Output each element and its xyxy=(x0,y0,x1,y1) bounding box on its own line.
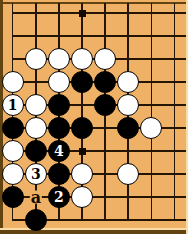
board-point xyxy=(24,71,47,94)
board-point xyxy=(140,2,163,25)
board-point xyxy=(70,25,93,48)
black-stone xyxy=(71,71,93,93)
black-stone xyxy=(94,71,116,93)
board-point xyxy=(24,117,47,140)
board-point xyxy=(117,25,140,48)
board-point xyxy=(1,48,24,71)
white-stone xyxy=(2,140,24,162)
white-stone xyxy=(2,71,24,93)
board-point xyxy=(163,71,186,94)
board-point xyxy=(24,140,47,163)
black-stone xyxy=(71,117,93,139)
board-point xyxy=(47,117,70,140)
board-point xyxy=(70,94,93,117)
board-point xyxy=(47,71,70,94)
board-point xyxy=(94,117,117,140)
board-point xyxy=(163,163,186,186)
white-stone xyxy=(25,117,47,139)
white-stone: 3 xyxy=(25,163,47,185)
board-point xyxy=(117,2,140,25)
board-point xyxy=(1,209,24,232)
black-stone: 4 xyxy=(48,140,70,162)
white-stone xyxy=(48,71,70,93)
board-point xyxy=(117,163,140,186)
black-stone xyxy=(25,140,47,162)
board-point xyxy=(1,71,24,94)
board-point xyxy=(94,186,117,209)
board-point xyxy=(1,25,24,48)
white-stone xyxy=(71,186,93,208)
board-point xyxy=(163,209,186,232)
point-label-a: a xyxy=(30,191,42,204)
board-point xyxy=(94,209,117,232)
board-point xyxy=(94,71,117,94)
board-point xyxy=(70,2,93,25)
board-point xyxy=(140,117,163,140)
board-point xyxy=(117,94,140,117)
board-point xyxy=(70,163,93,186)
board-point xyxy=(117,117,140,140)
move-number: 4 xyxy=(54,144,64,158)
board-point xyxy=(163,186,186,209)
board-point xyxy=(47,163,70,186)
black-stone xyxy=(48,94,70,116)
move-number: 2 xyxy=(54,190,64,204)
board-point xyxy=(1,163,24,186)
board-point xyxy=(117,186,140,209)
board-point: 4 xyxy=(47,140,70,163)
white-stone xyxy=(48,48,70,70)
black-stone xyxy=(2,186,24,208)
board-point xyxy=(1,186,24,209)
board-point xyxy=(70,140,93,163)
board-point xyxy=(47,2,70,25)
board-point xyxy=(94,140,117,163)
board-point xyxy=(94,48,117,71)
black-stone xyxy=(2,117,24,139)
board-point xyxy=(140,48,163,71)
board-point xyxy=(163,117,186,140)
board-point xyxy=(117,71,140,94)
move-number: 3 xyxy=(31,167,41,181)
board-point xyxy=(163,94,186,117)
black-stone xyxy=(117,117,139,139)
white-stone xyxy=(140,117,162,139)
board-point xyxy=(70,71,93,94)
board-point xyxy=(94,25,117,48)
board-point xyxy=(47,94,70,117)
white-stone xyxy=(25,94,47,116)
board-point xyxy=(47,25,70,48)
board-point xyxy=(94,2,117,25)
board-point xyxy=(140,71,163,94)
board-point: 3 xyxy=(24,163,47,186)
white-stone xyxy=(117,71,139,93)
white-stone xyxy=(94,48,116,70)
board-point xyxy=(140,94,163,117)
board-point xyxy=(163,48,186,71)
black-stone: 2 xyxy=(48,186,70,208)
board-point xyxy=(24,94,47,117)
black-stone xyxy=(94,94,116,116)
white-stone: 1 xyxy=(2,94,24,116)
black-stone xyxy=(48,163,70,185)
white-stone xyxy=(71,48,93,70)
move-number: 1 xyxy=(8,98,18,112)
board-point xyxy=(163,2,186,25)
board-point xyxy=(117,209,140,232)
white-stone xyxy=(25,48,47,70)
board-point xyxy=(163,25,186,48)
board-point: a xyxy=(24,186,47,209)
board-point xyxy=(117,48,140,71)
board-point xyxy=(24,209,47,232)
board-point xyxy=(140,186,163,209)
white-stone xyxy=(117,163,139,185)
diagram-frame-right xyxy=(186,0,188,234)
board-point xyxy=(117,140,140,163)
board-point: 2 xyxy=(47,186,70,209)
board-point: 1 xyxy=(1,94,24,117)
board-point xyxy=(70,209,93,232)
board-point xyxy=(1,2,24,25)
board-point xyxy=(70,186,93,209)
board-point xyxy=(1,140,24,163)
board-point xyxy=(70,117,93,140)
black-stone xyxy=(25,209,47,231)
board-point xyxy=(47,209,70,232)
board-point xyxy=(140,140,163,163)
go-board-diagram: 143a2 xyxy=(0,0,188,234)
black-stone xyxy=(48,117,70,139)
board-point xyxy=(24,25,47,48)
white-stone xyxy=(71,163,93,185)
board-point xyxy=(163,140,186,163)
board-point xyxy=(140,209,163,232)
board-point xyxy=(47,48,70,71)
board-grid: 143a2 xyxy=(1,2,186,232)
board-point xyxy=(140,163,163,186)
board-point xyxy=(94,163,117,186)
board-point xyxy=(1,117,24,140)
board-point xyxy=(24,2,47,25)
board-point xyxy=(24,48,47,71)
board-point xyxy=(94,94,117,117)
board-point xyxy=(70,48,93,71)
white-stone xyxy=(2,163,24,185)
white-stone xyxy=(117,94,139,116)
board-point xyxy=(140,25,163,48)
